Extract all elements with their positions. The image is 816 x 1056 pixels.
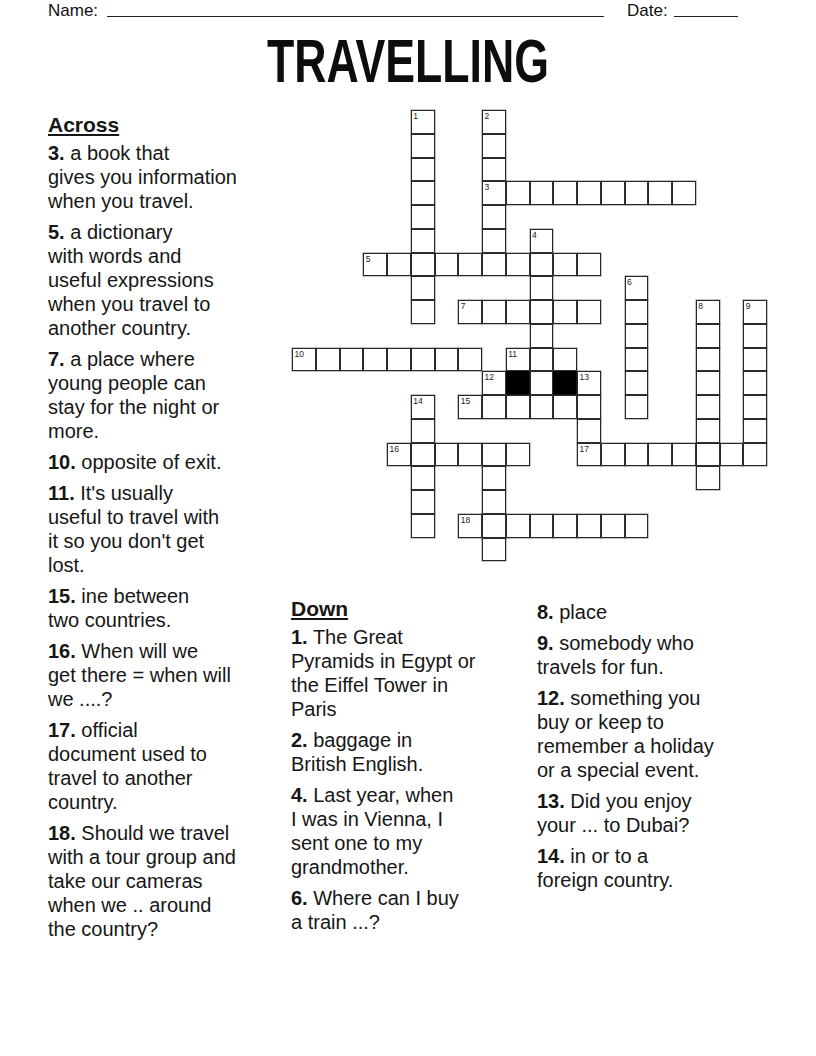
down-clue-6: 6. Where can I buy a train ...? [291,886,535,934]
grid-cell[interactable] [411,514,435,538]
grid-cell[interactable] [411,466,435,490]
name-label: Name: [48,1,98,21]
across-clue-17: 17. official document used to travel to … [48,718,294,814]
cell-number: 16 [390,444,399,454]
grid-cell[interactable] [696,324,720,348]
grid-cell[interactable]: 10 [292,348,316,372]
cell-number: 4 [532,230,537,240]
grid-cell[interactable] [648,443,672,467]
grid-cell[interactable] [506,253,530,277]
grid-cell[interactable]: 17 [577,443,601,467]
grid-cell[interactable] [553,514,577,538]
grid-cell[interactable] [530,514,554,538]
down-clues-list-1: 1. The Great Pyramids in Egypt or the Ei… [291,625,535,934]
clue-number: 18. [48,822,76,844]
grid-cell[interactable] [553,253,577,277]
grid-cell[interactable] [482,205,506,229]
across-clue-18: 18. Should we travel with a tour group a… [48,821,294,941]
grid-cell[interactable] [435,348,459,372]
clue-text: The Great Pyramids in Egypt or the Eiffe… [291,626,476,720]
crossword-grid: 123456789101112131415161718 [292,110,767,561]
grid-cell[interactable] [696,348,720,372]
grid-cell[interactable]: 8 [696,300,720,324]
across-clue-5: 5. a dictionary with words and useful ex… [48,220,294,340]
across-clue-11: 11. It's usually useful to travel with i… [48,481,294,577]
grid-cell[interactable] [530,253,554,277]
grid-cell[interactable] [625,300,649,324]
grid-cell[interactable] [482,253,506,277]
grid-cell[interactable]: 2 [482,110,506,134]
clue-text: baggage in British English. [291,729,423,775]
grid-cell[interactable] [482,466,506,490]
grid-cell[interactable] [601,514,625,538]
across-heading: Across [48,113,294,136]
clue-number: 6. [291,887,308,909]
grid-cell[interactable]: 14 [411,395,435,419]
cell-number: 6 [627,277,632,287]
down-clues-column: Down 1. The Great Pyramids in Egypt or t… [291,597,535,941]
cell-number: 7 [461,301,466,311]
across-clues-column: Across 3. a book that gives you informat… [48,113,294,948]
clue-text: a dictionary with words and useful expre… [48,221,214,339]
clue-number: 7. [48,348,65,370]
grid-cell[interactable] [506,514,530,538]
clue-text: Last year, when I was in Vienna, I sent … [291,784,453,878]
grid-cell[interactable] [411,348,435,372]
grid-cell[interactable] [553,395,577,419]
worksheet-page: Name: Date: TRAVELLING 12345678910111213… [0,0,816,1056]
grid-cell[interactable]: 13 [577,371,601,395]
grid-cell[interactable] [672,443,696,467]
grid-cell[interactable] [458,253,482,277]
across-clues-list: 3. a book that gives you information whe… [48,141,294,941]
clue-number: 13. [537,790,565,812]
grid-cell[interactable]: 12 [482,371,506,395]
grid-cell[interactable] [553,300,577,324]
grid-cell[interactable] [743,419,767,443]
across-clue-10: 10. opposite of exit. [48,450,294,474]
grid-cell[interactable]: 1 [411,110,435,134]
cell-number: 1 [413,111,418,121]
cell-number: 11 [508,349,517,359]
grid-cell[interactable] [482,490,506,514]
grid-cell[interactable]: 4 [530,229,554,253]
grid-cell[interactable]: 11 [506,348,530,372]
cell-number: 3 [485,182,490,192]
grid-cell[interactable] [506,443,530,467]
clue-number: 4. [291,784,308,806]
grid-cell[interactable] [411,253,435,277]
grid-cell[interactable] [553,348,577,372]
grid-cell[interactable] [411,229,435,253]
grid-cell[interactable] [577,253,601,277]
grid-cell[interactable] [482,538,506,562]
grid-cell[interactable] [577,300,601,324]
down-clue-8: 8. place [537,600,797,624]
grid-cell[interactable] [743,443,767,467]
across-clue-16: 16. When will we get there = when will w… [48,639,294,711]
down-clues-column-2: 8. place9. somebody who travels for fun.… [537,597,797,899]
clue-text: a book that gives you information when y… [48,142,237,212]
grid-cell[interactable]: 16 [387,443,411,467]
grid-cell[interactable] [696,395,720,419]
grid-cell[interactable] [482,395,506,419]
grid-cell[interactable] [530,324,554,348]
clue-number: 11. [48,482,75,504]
clue-text: Where can I buy a train ...? [291,887,459,933]
cell-number: 18 [461,515,470,525]
grid-cell[interactable] [387,348,411,372]
grid-cell[interactable] [482,134,506,158]
grid-cell[interactable] [577,514,601,538]
grid-cell[interactable] [625,443,649,467]
grid-cell[interactable] [458,348,482,372]
name-input-line[interactable] [107,0,604,17]
clue-number: 8. [537,601,554,623]
clue-number: 15. [48,585,76,607]
cell-number: 17 [580,444,589,454]
grid-cell[interactable] [411,158,435,182]
clue-number: 16. [48,640,76,662]
grid-cell[interactable] [743,324,767,348]
clue-text: Should we travel with a tour group and t… [48,822,236,940]
grid-cell[interactable] [530,276,554,300]
grid-cell[interactable] [482,443,506,467]
grid-cell[interactable] [340,348,364,372]
clue-number: 17. [48,719,76,741]
grid-cell[interactable] [625,324,649,348]
clue-number: 5. [48,221,65,243]
grid-cell[interactable] [625,371,649,395]
grid-cell[interactable] [482,300,506,324]
grid-cell[interactable] [506,181,530,205]
grid-cell[interactable] [435,443,459,467]
grid-cell[interactable] [625,181,649,205]
cell-number: 10 [295,349,304,359]
grid-cell[interactable] [696,443,720,467]
grid-cell[interactable] [553,181,577,205]
grid-cell[interactable] [506,300,530,324]
clue-number: 3. [48,142,65,164]
grid-cell[interactable] [601,443,625,467]
cell-number: 2 [485,111,490,121]
puzzle-title: TRAVELLING [114,30,702,92]
cell-number: 8 [698,301,703,311]
grid-cell[interactable] [648,181,672,205]
cell-number: 9 [746,301,751,311]
clue-number: 14. [537,845,565,867]
date-input-line[interactable] [674,0,738,17]
grid-cell[interactable] [530,300,554,324]
clue-number: 2. [291,729,308,751]
grid-cell[interactable] [482,514,506,538]
grid-cell[interactable] [696,466,720,490]
grid-cell[interactable]: 9 [743,300,767,324]
grid-cell[interactable] [530,181,554,205]
grid-cell[interactable] [625,348,649,372]
cell-number: 5 [366,254,371,264]
cell-number: 14 [413,396,422,406]
grid-cell[interactable] [743,395,767,419]
grid-cell[interactable] [720,443,744,467]
black-cell [553,371,577,395]
grid-cell[interactable] [458,443,482,467]
down-clue-9: 9. somebody who travels for fun. [537,631,797,679]
grid-cell[interactable] [316,348,340,372]
grid-cell[interactable]: 6 [625,276,649,300]
grid-cell[interactable] [601,181,625,205]
clue-text: a place where young people can stay for … [48,348,219,442]
clue-text: When will we get there = when will we ..… [48,640,231,710]
clue-text: place [554,601,607,623]
grid-cell[interactable]: 7 [458,300,482,324]
clue-number: 12. [537,687,565,709]
clue-number: 9. [537,632,554,654]
grid-cell[interactable] [411,490,435,514]
down-clue-1: 1. The Great Pyramids in Egypt or the Ei… [291,625,535,721]
down-clue-4: 4. Last year, when I was in Vienna, I se… [291,783,535,879]
grid-cell[interactable] [743,371,767,395]
down-clue-2: 2. baggage in British English. [291,728,535,776]
grid-cell[interactable] [672,181,696,205]
grid-cell[interactable] [411,300,435,324]
grid-cell[interactable] [411,276,435,300]
cell-number: 15 [461,396,470,406]
across-clue-3: 3. a book that gives you information whe… [48,141,294,213]
grid-cell[interactable] [530,371,554,395]
across-clue-15: 15. ine between two countries. [48,584,294,632]
down-clues-list-2: 8. place9. somebody who travels for fun.… [537,597,797,892]
grid-cell[interactable] [411,419,435,443]
grid-cell[interactable]: 18 [458,514,482,538]
grid-cell[interactable] [577,419,601,443]
grid-cell[interactable] [696,371,720,395]
grid-cell[interactable] [411,205,435,229]
grid-cell[interactable] [530,348,554,372]
clue-text: somebody who travels for fun. [537,632,694,678]
grid-cell[interactable] [435,253,459,277]
clue-number: 1. [291,626,308,648]
grid-cell[interactable] [411,181,435,205]
grid-cell[interactable] [530,395,554,419]
grid-cell[interactable] [363,348,387,372]
grid-cell[interactable] [411,134,435,158]
grid-cell[interactable] [625,514,649,538]
down-clue-14: 14. in or to a foreign country. [537,844,797,892]
grid-cell[interactable] [482,158,506,182]
clue-text: opposite of exit. [76,451,222,473]
grid-cell[interactable]: 5 [363,253,387,277]
grid-cell[interactable]: 15 [458,395,482,419]
grid-cell[interactable] [743,348,767,372]
date-label: Date: [627,1,668,21]
grid-cell[interactable] [696,419,720,443]
grid-cell[interactable] [411,443,435,467]
black-cell [506,371,530,395]
down-heading: Down [291,597,535,620]
across-clue-7: 7. a place where young people can stay f… [48,347,294,443]
cell-number: 13 [580,372,589,382]
clue-number: 10. [48,451,76,473]
cell-number: 12 [485,372,494,382]
grid-cell[interactable] [506,395,530,419]
grid-cell[interactable] [625,395,649,419]
grid-cell[interactable] [482,229,506,253]
down-clue-12: 12. something you buy or keep to remembe… [537,686,797,782]
down-clue-13: 13. Did you enjoy your ... to Dubai? [537,789,797,837]
grid-cell[interactable] [577,181,601,205]
grid-cell[interactable] [577,395,601,419]
grid-cell[interactable]: 3 [482,181,506,205]
grid-cell[interactable] [387,253,411,277]
